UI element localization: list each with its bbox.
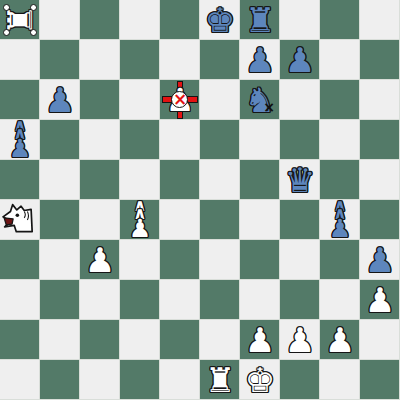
white-rook[interactable]: ♜ (200, 360, 240, 400)
white-cannon[interactable]: ♜ (0, 0, 40, 40)
square-b10[interactable] (40, 0, 80, 40)
square-c10[interactable] (80, 0, 120, 40)
square-d4[interactable] (120, 240, 160, 280)
square-e6[interactable] (160, 160, 200, 200)
square-f7[interactable] (200, 120, 240, 160)
black-pawn[interactable]: ♟ (280, 40, 320, 80)
square-e4[interactable] (160, 240, 200, 280)
square-a5[interactable] (0, 200, 40, 240)
square-i2[interactable]: ♟ (320, 320, 360, 360)
square-i1[interactable] (320, 360, 360, 400)
square-b6[interactable] (40, 160, 80, 200)
square-d2[interactable] (120, 320, 160, 360)
square-h10[interactable] (280, 0, 320, 40)
square-b5[interactable] (40, 200, 80, 240)
square-d10[interactable] (120, 0, 160, 40)
square-j5[interactable] (360, 200, 400, 240)
square-f5[interactable] (200, 200, 240, 240)
square-h8[interactable] (280, 80, 320, 120)
black-lance[interactable]: ∧∧♟ (0, 120, 40, 160)
square-i5[interactable]: ∧∧♟ (320, 200, 360, 240)
square-i3[interactable] (320, 280, 360, 320)
square-g9[interactable]: ♟ (240, 40, 280, 80)
square-a9[interactable] (0, 40, 40, 80)
square-a8[interactable] (0, 80, 40, 120)
white-pawn[interactable]: ♟ (240, 320, 280, 360)
game-board: ♜♚♜♟♟♟♟×♞×∧∧♟♛ ∧∧♟∧∧♟♟♟♟♟♟♟♜♚ (0, 0, 400, 400)
square-b9[interactable] (40, 40, 80, 80)
square-j2[interactable] (360, 320, 400, 360)
square-f9[interactable] (200, 40, 240, 80)
square-g10[interactable]: ♜ (240, 0, 280, 40)
square-c3[interactable] (80, 280, 120, 320)
square-h3[interactable] (280, 280, 320, 320)
square-b8[interactable]: ♟ (40, 80, 80, 120)
red-x-mark: × (160, 91, 200, 108)
square-j8[interactable] (360, 80, 400, 120)
square-a1[interactable] (0, 360, 40, 400)
cannon-wheel (30, 29, 37, 36)
square-g7[interactable] (240, 120, 280, 160)
square-d6[interactable] (120, 160, 160, 200)
square-h9[interactable]: ♟ (280, 40, 320, 80)
black-pawn[interactable]: ♟ (240, 40, 280, 80)
square-b1[interactable] (40, 360, 80, 400)
white-pawn[interactable]: ♟ (360, 280, 400, 320)
black-king[interactable]: ♚ (200, 0, 240, 40)
square-a4[interactable] (0, 240, 40, 280)
square-h2[interactable]: ♟ (280, 320, 320, 360)
square-d5[interactable]: ∧∧♟ (120, 200, 160, 240)
square-e8[interactable]: ♟× (160, 80, 200, 120)
square-a7[interactable]: ∧∧♟ (0, 120, 40, 160)
square-f8[interactable] (200, 80, 240, 120)
square-e2[interactable] (160, 320, 200, 360)
cannon-wheel (3, 29, 10, 36)
square-i8[interactable] (320, 80, 360, 120)
square-h4[interactable] (280, 240, 320, 280)
square-d3[interactable] (120, 280, 160, 320)
white-pawn[interactable]: ♟ (320, 320, 360, 360)
square-h1[interactable] (280, 360, 320, 400)
black-rook[interactable]: ♜ (240, 0, 280, 40)
square-c1[interactable] (80, 360, 120, 400)
square-i9[interactable] (320, 40, 360, 80)
x-mark: × (263, 100, 275, 114)
square-e9[interactable] (160, 40, 200, 80)
black-lance[interactable]: ∧∧♟ (320, 200, 360, 240)
square-f3[interactable] (200, 280, 240, 320)
square-b3[interactable] (40, 280, 80, 320)
square-e1[interactable] (160, 360, 200, 400)
square-c8[interactable] (80, 80, 120, 120)
square-i10[interactable] (320, 0, 360, 40)
square-c2[interactable] (80, 320, 120, 360)
square-f4[interactable] (200, 240, 240, 280)
square-f10[interactable]: ♚ (200, 0, 240, 40)
square-c4[interactable]: ♟ (80, 240, 120, 280)
square-d9[interactable] (120, 40, 160, 80)
square-b4[interactable] (40, 240, 80, 280)
square-g2[interactable]: ♟ (240, 320, 280, 360)
square-f6[interactable] (200, 160, 240, 200)
square-c6[interactable] (80, 160, 120, 200)
square-e3[interactable] (160, 280, 200, 320)
square-j10[interactable] (360, 0, 400, 40)
square-a2[interactable] (0, 320, 40, 360)
black-knight-x[interactable]: ♞× (240, 80, 280, 120)
square-e10[interactable] (160, 0, 200, 40)
square-j6[interactable] (360, 160, 400, 200)
square-g8[interactable]: ♞× (240, 80, 280, 120)
black-pawn[interactable]: ♟ (40, 80, 80, 120)
square-d1[interactable] (120, 360, 160, 400)
square-i7[interactable] (320, 120, 360, 160)
square-a6[interactable] (0, 160, 40, 200)
white-lance[interactable]: ∧∧♟ (120, 200, 160, 240)
square-g3[interactable] (240, 280, 280, 320)
black-pawn[interactable]: ♟ (360, 240, 400, 280)
square-i4[interactable] (320, 240, 360, 280)
white-king[interactable]: ♚ (240, 360, 280, 400)
square-g1[interactable]: ♚ (240, 360, 280, 400)
square-d7[interactable] (120, 120, 160, 160)
square-h7[interactable] (280, 120, 320, 160)
wolf-icon (2, 203, 38, 237)
square-c5[interactable] (80, 200, 120, 240)
black-queen[interactable]: ♛ (280, 160, 320, 200)
square-j4[interactable]: ♟ (360, 240, 400, 280)
square-i6[interactable] (320, 160, 360, 200)
square-j7[interactable] (360, 120, 400, 160)
white-cross-marked-pawn[interactable]: ♟× (160, 80, 200, 120)
square-c7[interactable] (80, 120, 120, 160)
square-g6[interactable] (240, 160, 280, 200)
cannon-wheel (3, 4, 10, 11)
square-a3[interactable] (0, 280, 40, 320)
square-h5[interactable] (280, 200, 320, 240)
square-j1[interactable] (360, 360, 400, 400)
white-wolf[interactable] (0, 200, 40, 240)
square-h6[interactable]: ♛ (280, 160, 320, 200)
square-a10[interactable]: ♜ (0, 0, 40, 40)
square-e7[interactable] (160, 120, 200, 160)
square-c9[interactable] (80, 40, 120, 80)
white-pawn[interactable]: ♟ (280, 320, 320, 360)
square-b2[interactable] (40, 320, 80, 360)
white-pawn[interactable]: ♟ (80, 240, 120, 280)
square-e5[interactable] (160, 200, 200, 240)
square-j9[interactable] (360, 40, 400, 80)
square-f1[interactable]: ♜ (200, 360, 240, 400)
cannon-wheel (30, 4, 37, 11)
square-f2[interactable] (200, 320, 240, 360)
square-j3[interactable]: ♟ (360, 280, 400, 320)
square-b7[interactable] (40, 120, 80, 160)
square-d8[interactable] (120, 80, 160, 120)
square-g5[interactable] (240, 200, 280, 240)
square-g4[interactable] (240, 240, 280, 280)
